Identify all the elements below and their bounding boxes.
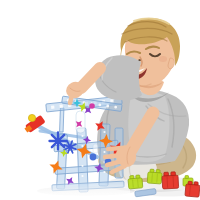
base-fade: [36, 181, 130, 198]
photo-canvas: [0, 0, 200, 200]
scene-photo: [0, 0, 200, 200]
pointing-index-finger: [70, 95, 72, 103]
cheek-blush-right: [159, 56, 167, 62]
yellow-ball: [28, 114, 35, 121]
